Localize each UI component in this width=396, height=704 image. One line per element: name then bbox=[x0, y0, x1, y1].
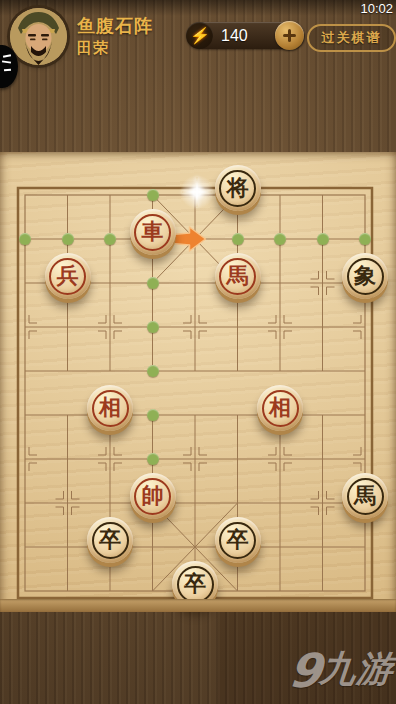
move-hint-dot[interactable] bbox=[104, 233, 116, 245]
move-hint-dot[interactable] bbox=[147, 321, 159, 333]
move-hint-dot[interactable] bbox=[62, 233, 74, 245]
move-hint-dot[interactable] bbox=[147, 453, 159, 465]
piece-red-相[interactable]: 相 bbox=[87, 385, 133, 431]
jiuyou-logo-icon: 9 bbox=[287, 643, 323, 698]
piece-red-相[interactable]: 相 bbox=[257, 385, 303, 431]
piece-black-将[interactable]: 将 bbox=[215, 165, 261, 211]
move-hint-dot[interactable] bbox=[147, 365, 159, 377]
piece-red-馬[interactable]: 馬 bbox=[215, 253, 261, 299]
energy-count: 140 bbox=[221, 22, 248, 49]
move-hint-dot[interactable] bbox=[147, 277, 159, 289]
avatar-portrait bbox=[10, 8, 67, 65]
jiuyou-watermark: 9九游 bbox=[287, 643, 396, 698]
move-hint-dot[interactable] bbox=[317, 233, 329, 245]
move-hint-dot[interactable] bbox=[274, 233, 286, 245]
add-energy-button[interactable] bbox=[275, 21, 304, 50]
lightning-icon: ⚡ bbox=[186, 22, 213, 49]
energy-pill: ⚡ 140 bbox=[186, 22, 305, 49]
level-record-button[interactable]: 过关棋谱 bbox=[307, 24, 396, 52]
game-screen: 鱼腹石阵 田荣 10:02 ⚡ 140 过关棋谱 将車兵馬象相相帥馬卒卒卒 9九… bbox=[0, 0, 396, 704]
player-avatar[interactable] bbox=[10, 8, 67, 65]
board-grid bbox=[0, 152, 396, 612]
player-name: 田荣 bbox=[77, 39, 109, 58]
piece-red-兵[interactable]: 兵 bbox=[45, 253, 91, 299]
jiuyou-logo-text: 九游 bbox=[318, 648, 396, 689]
system-clock: 10:02 bbox=[360, 1, 393, 16]
piece-black-馬[interactable]: 馬 bbox=[342, 473, 388, 519]
piece-red-車[interactable]: 車 bbox=[130, 209, 176, 255]
xiangqi-board[interactable]: 将車兵馬象相相帥馬卒卒卒 bbox=[0, 152, 396, 612]
move-hint-dot[interactable] bbox=[359, 233, 371, 245]
stage-title: 鱼腹石阵 bbox=[77, 14, 153, 38]
piece-black-卒[interactable]: 卒 bbox=[172, 561, 218, 607]
piece-black-卒[interactable]: 卒 bbox=[87, 517, 133, 563]
move-hint-dot[interactable] bbox=[147, 409, 159, 421]
move-hint-dot[interactable] bbox=[19, 233, 31, 245]
piece-black-卒[interactable]: 卒 bbox=[215, 517, 261, 563]
piece-black-象[interactable]: 象 bbox=[342, 253, 388, 299]
move-hint-dot[interactable] bbox=[232, 233, 244, 245]
piece-red-帥[interactable]: 帥 bbox=[130, 473, 176, 519]
move-hint-dot[interactable] bbox=[147, 189, 159, 201]
